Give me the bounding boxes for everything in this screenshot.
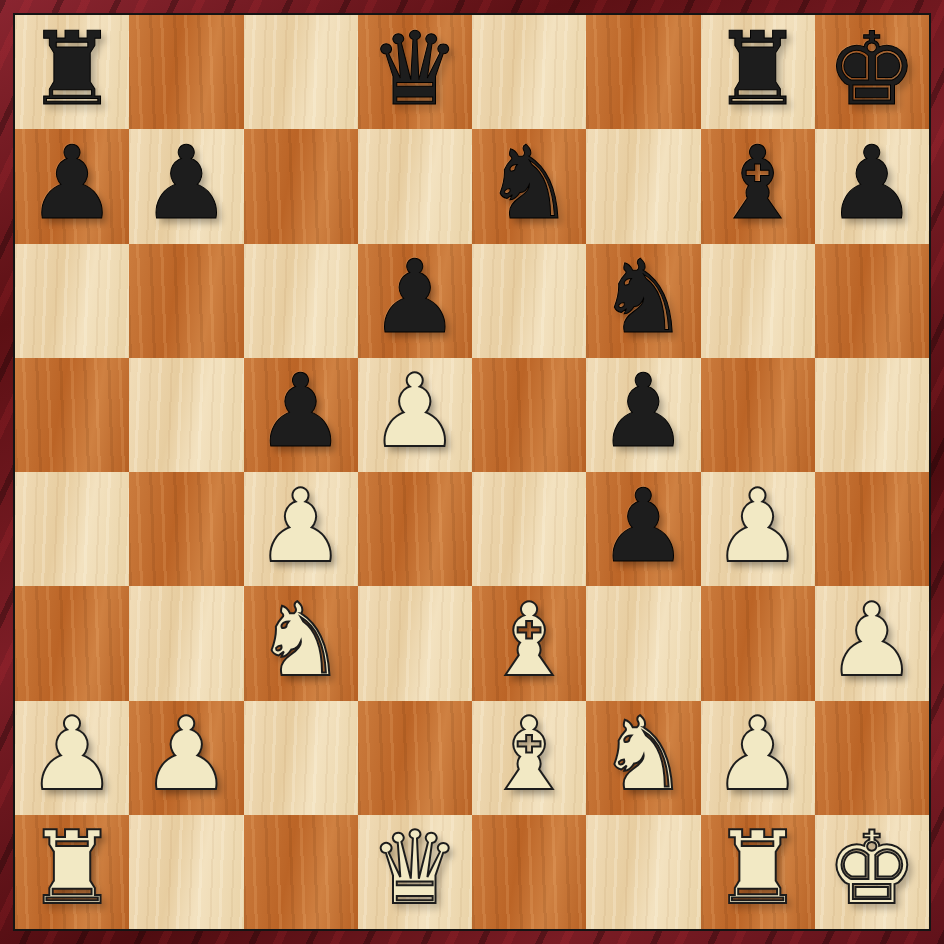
white-pawn-g4[interactable]: ♟ bbox=[712, 476, 803, 577]
square-d2[interactable] bbox=[358, 701, 472, 815]
chess-board: ♜♛♜♚♟♟♞♝♟♟♞♟♟♟♟♟♟♞♝♟♟♟♝♞♟♜♛♜♚ bbox=[13, 13, 931, 931]
white-rook-g1[interactable]: ♜ bbox=[712, 818, 803, 919]
square-h7[interactable]: ♟ bbox=[815, 129, 929, 243]
white-pawn-d5[interactable]: ♟ bbox=[370, 361, 461, 462]
square-f4[interactable]: ♟ bbox=[586, 472, 700, 586]
board-frame: ♜♛♜♚♟♟♞♝♟♟♞♟♟♟♟♟♟♞♝♟♟♟♝♞♟♜♛♜♚ bbox=[0, 0, 944, 944]
square-d5[interactable]: ♟ bbox=[358, 358, 472, 472]
black-pawn-a7[interactable]: ♟ bbox=[27, 133, 118, 234]
white-knight-f2[interactable]: ♞ bbox=[598, 704, 689, 805]
white-pawn-c4[interactable]: ♟ bbox=[255, 476, 346, 577]
square-g6[interactable] bbox=[701, 244, 815, 358]
black-pawn-f5[interactable]: ♟ bbox=[598, 361, 689, 462]
square-e1[interactable] bbox=[472, 815, 586, 929]
square-a6[interactable] bbox=[15, 244, 129, 358]
black-bishop-g7[interactable]: ♝ bbox=[712, 133, 803, 234]
square-c5[interactable]: ♟ bbox=[244, 358, 358, 472]
square-b7[interactable]: ♟ bbox=[129, 129, 243, 243]
square-f1[interactable] bbox=[586, 815, 700, 929]
black-knight-f6[interactable]: ♞ bbox=[598, 247, 689, 348]
black-pawn-f4[interactable]: ♟ bbox=[598, 476, 689, 577]
black-rook-a8[interactable]: ♜ bbox=[27, 19, 118, 120]
square-e5[interactable] bbox=[472, 358, 586, 472]
square-h3[interactable]: ♟ bbox=[815, 586, 929, 700]
square-a7[interactable]: ♟ bbox=[15, 129, 129, 243]
square-g4[interactable]: ♟ bbox=[701, 472, 815, 586]
square-a3[interactable] bbox=[15, 586, 129, 700]
square-h2[interactable] bbox=[815, 701, 929, 815]
square-b2[interactable]: ♟ bbox=[129, 701, 243, 815]
square-g8[interactable]: ♜ bbox=[701, 15, 815, 129]
square-d1[interactable]: ♛ bbox=[358, 815, 472, 929]
square-d7[interactable] bbox=[358, 129, 472, 243]
square-f6[interactable]: ♞ bbox=[586, 244, 700, 358]
white-pawn-a2[interactable]: ♟ bbox=[27, 704, 118, 805]
square-a8[interactable]: ♜ bbox=[15, 15, 129, 129]
square-e8[interactable] bbox=[472, 15, 586, 129]
square-g1[interactable]: ♜ bbox=[701, 815, 815, 929]
square-c1[interactable] bbox=[244, 815, 358, 929]
square-e4[interactable] bbox=[472, 472, 586, 586]
square-g7[interactable]: ♝ bbox=[701, 129, 815, 243]
square-b3[interactable] bbox=[129, 586, 243, 700]
square-b1[interactable] bbox=[129, 815, 243, 929]
square-b4[interactable] bbox=[129, 472, 243, 586]
square-h8[interactable]: ♚ bbox=[815, 15, 929, 129]
square-b8[interactable] bbox=[129, 15, 243, 129]
black-queen-d8[interactable]: ♛ bbox=[370, 19, 461, 120]
square-f8[interactable] bbox=[586, 15, 700, 129]
square-f7[interactable] bbox=[586, 129, 700, 243]
white-knight-c3[interactable]: ♞ bbox=[255, 590, 346, 691]
square-a1[interactable]: ♜ bbox=[15, 815, 129, 929]
square-a5[interactable] bbox=[15, 358, 129, 472]
square-f2[interactable]: ♞ bbox=[586, 701, 700, 815]
square-g5[interactable] bbox=[701, 358, 815, 472]
white-pawn-h3[interactable]: ♟ bbox=[827, 590, 918, 691]
square-g2[interactable]: ♟ bbox=[701, 701, 815, 815]
black-rook-g8[interactable]: ♜ bbox=[712, 19, 803, 120]
square-d4[interactable] bbox=[358, 472, 472, 586]
white-bishop-e2[interactable]: ♝ bbox=[484, 704, 575, 805]
square-a4[interactable] bbox=[15, 472, 129, 586]
square-c7[interactable] bbox=[244, 129, 358, 243]
square-c8[interactable] bbox=[244, 15, 358, 129]
square-c4[interactable]: ♟ bbox=[244, 472, 358, 586]
white-rook-a1[interactable]: ♜ bbox=[27, 818, 118, 919]
square-g3[interactable] bbox=[701, 586, 815, 700]
square-e6[interactable] bbox=[472, 244, 586, 358]
white-bishop-e3[interactable]: ♝ bbox=[484, 590, 575, 691]
square-f3[interactable] bbox=[586, 586, 700, 700]
square-d8[interactable]: ♛ bbox=[358, 15, 472, 129]
square-h4[interactable] bbox=[815, 472, 929, 586]
square-c3[interactable]: ♞ bbox=[244, 586, 358, 700]
square-d3[interactable] bbox=[358, 586, 472, 700]
black-pawn-c5[interactable]: ♟ bbox=[255, 361, 346, 462]
black-king-h8[interactable]: ♚ bbox=[827, 19, 918, 120]
square-h5[interactable] bbox=[815, 358, 929, 472]
square-f5[interactable]: ♟ bbox=[586, 358, 700, 472]
square-c2[interactable] bbox=[244, 701, 358, 815]
square-d6[interactable]: ♟ bbox=[358, 244, 472, 358]
square-b6[interactable] bbox=[129, 244, 243, 358]
white-king-h1[interactable]: ♚ bbox=[827, 818, 918, 919]
black-pawn-h7[interactable]: ♟ bbox=[827, 133, 918, 234]
square-h6[interactable] bbox=[815, 244, 929, 358]
square-e2[interactable]: ♝ bbox=[472, 701, 586, 815]
black-pawn-d6[interactable]: ♟ bbox=[370, 247, 461, 348]
white-pawn-b2[interactable]: ♟ bbox=[141, 704, 232, 805]
square-e7[interactable]: ♞ bbox=[472, 129, 586, 243]
black-knight-e7[interactable]: ♞ bbox=[484, 133, 575, 234]
square-h1[interactable]: ♚ bbox=[815, 815, 929, 929]
square-c6[interactable] bbox=[244, 244, 358, 358]
black-pawn-b7[interactable]: ♟ bbox=[141, 133, 232, 234]
white-queen-d1[interactable]: ♛ bbox=[370, 818, 461, 919]
square-b5[interactable] bbox=[129, 358, 243, 472]
square-e3[interactable]: ♝ bbox=[472, 586, 586, 700]
white-pawn-g2[interactable]: ♟ bbox=[712, 704, 803, 805]
square-a2[interactable]: ♟ bbox=[15, 701, 129, 815]
